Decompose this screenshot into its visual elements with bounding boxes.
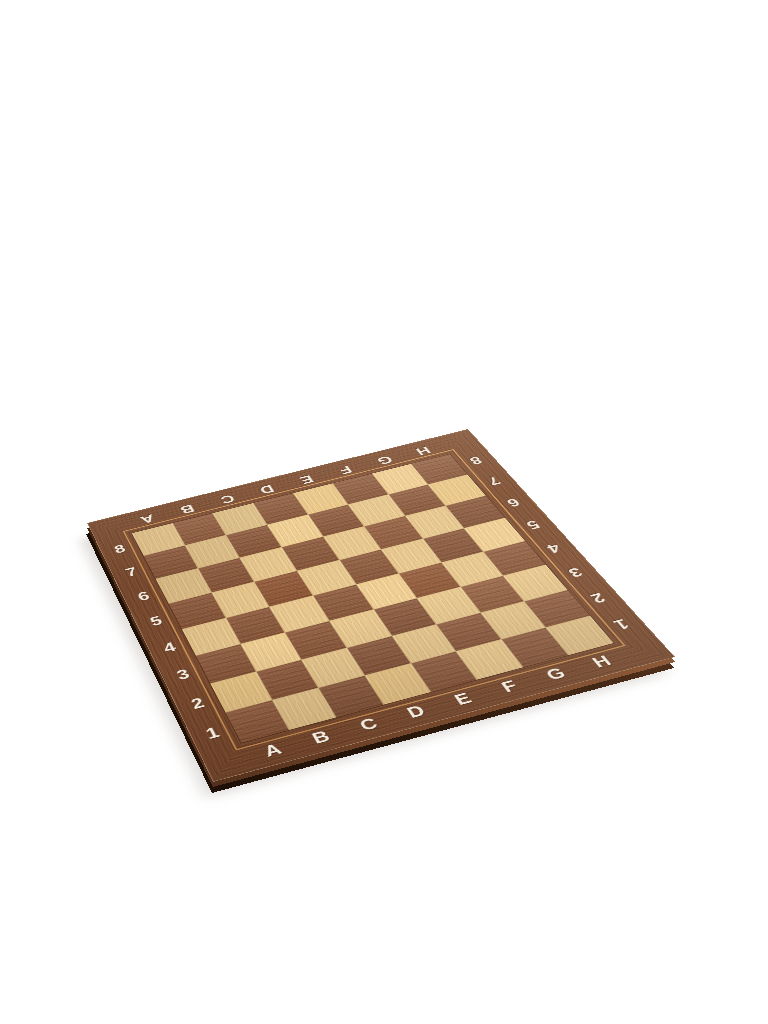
scene: AABBCCDDEEFFGGHH1122334455667788	[0, 0, 768, 1024]
